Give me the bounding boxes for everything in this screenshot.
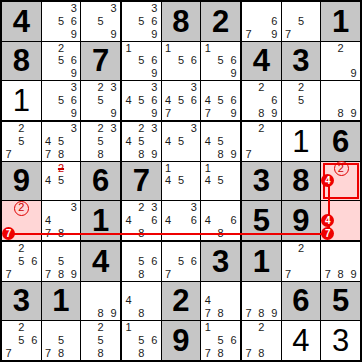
candidate-2: 2 <box>15 321 28 334</box>
candidate-9: 9 <box>347 268 360 281</box>
given-digit: 4 <box>2 2 41 41</box>
candidate-8: 8 <box>135 307 148 320</box>
cell-r4c4[interactable]: 234589 <box>122 122 161 161</box>
candidate-8: 8 <box>255 107 268 120</box>
cell-r7c6[interactable]: 3 <box>201 242 240 281</box>
candidate-8: 8 <box>334 107 347 120</box>
candidate-5: 5 <box>135 334 148 347</box>
candidate-2: 2 <box>15 122 28 135</box>
candidate-5: 5 <box>214 334 227 347</box>
candidate-grid: 156 <box>162 42 201 81</box>
candidate-6: 6 <box>148 94 161 107</box>
cell-r5c6[interactable]: 145 <box>201 162 240 201</box>
candidate-grid: 27 <box>242 122 281 161</box>
candidate-5: 5 <box>55 135 68 148</box>
candidate-6: 6 <box>227 55 240 68</box>
candidate-6: 6 <box>67 55 80 68</box>
candidate-9: 9 <box>227 107 240 120</box>
candidate-grid: 258 <box>81 321 120 360</box>
cell-r4c7[interactable]: 27 <box>242 122 281 161</box>
candidate-9: 9 <box>268 28 281 41</box>
candidate-1: 1 <box>122 321 135 334</box>
candidate-grid: 245 <box>42 162 81 201</box>
candidate-5: 5 <box>94 334 107 347</box>
cell-r8c9[interactable]: 5 <box>321 282 360 321</box>
candidate-grid: 679 <box>242 2 281 41</box>
cell-r9c1[interactable]: 2567 <box>2 321 41 360</box>
candidate-2: 2 <box>255 321 268 334</box>
cell-r4c9[interactable]: 6 <box>321 122 360 161</box>
candidate-5: 5 <box>94 135 107 148</box>
solved-digit: 3 <box>321 321 360 360</box>
given-digit: 3 <box>201 242 240 281</box>
candidate-grid: 345 <box>162 122 201 161</box>
candidate-4: 4 <box>162 135 175 148</box>
candidate-grid: 2569 <box>42 42 81 81</box>
candidate-grid: 2689 <box>242 81 281 120</box>
cell-r4c6[interactable]: 4589 <box>201 122 240 161</box>
box-5: 2345893454589714514523468346468 <box>122 122 240 240</box>
candidate-2: 2 <box>255 81 268 94</box>
candidate-8: 8 <box>135 268 148 281</box>
cell-r9c4[interactable]: 1568 <box>122 321 161 360</box>
candidate-8: 8 <box>214 307 227 320</box>
candidate-4: 4 <box>201 214 214 227</box>
candidate-8: 8 <box>55 148 68 161</box>
cell-r1c1[interactable]: 4 <box>2 2 41 41</box>
candidate-3: 3 <box>148 201 161 214</box>
candidate-7: 7 <box>242 148 255 161</box>
candidate-9: 9 <box>107 107 120 120</box>
candidate-9: 9 <box>148 148 161 161</box>
candidate-5: 5 <box>135 55 148 68</box>
cell-r9c7[interactable]: 278 <box>242 321 281 360</box>
cell-r7c2[interactable]: 5789 <box>42 242 81 281</box>
cell-r8c8[interactable]: 6 <box>282 282 321 321</box>
candidate-8: 8 <box>255 347 268 360</box>
given-digit: 6 <box>282 282 321 321</box>
cell-r4c3[interactable]: 2358 <box>81 122 120 161</box>
candidate-5: 5 <box>135 15 148 28</box>
candidate-6: 6 <box>148 334 161 347</box>
candidate-8: 8 <box>94 347 107 360</box>
solved-digit: 4 <box>282 321 321 360</box>
candidate-7: 7 <box>201 307 214 320</box>
cell-r8c7[interactable]: 789 <box>242 282 281 321</box>
candidate-2: 2 <box>255 122 268 135</box>
cell-r5c3[interactable]: 6 <box>81 162 120 201</box>
candidate-6: 6 <box>227 94 240 107</box>
cell-r2c6[interactable]: 1569 <box>201 42 240 81</box>
candidate-4: 4 <box>201 295 214 308</box>
candidate-5: 5 <box>295 94 308 107</box>
candidate-grid: 89 <box>81 282 120 321</box>
cell-r4c8[interactable]: 1 <box>282 122 321 161</box>
candidate-4: 4 <box>162 175 175 188</box>
candidate-5: 5 <box>175 55 188 68</box>
candidate-7: 7 <box>2 347 15 360</box>
candidate-grid: 567 <box>162 242 201 281</box>
candidate-grid: 789 <box>242 282 281 321</box>
cell-r1c7[interactable]: 679 <box>242 2 281 41</box>
candidate-8: 8 <box>214 148 227 161</box>
candidate-4: 4 <box>162 214 175 227</box>
cell-r4c5[interactable]: 345 <box>162 122 201 161</box>
candidate-8: 8 <box>94 148 107 161</box>
candidate-grid: 2358 <box>81 122 120 161</box>
candidate-5: 5 <box>214 55 227 68</box>
given-digit: 6 <box>81 162 120 201</box>
cell-r1c8[interactable]: 57 <box>282 2 321 41</box>
cell-r7c9[interactable]: 789 <box>321 242 360 281</box>
sudoku-board: 4356935982569713569235935698215691561569… <box>0 0 362 362</box>
candidate-1: 1 <box>201 42 214 55</box>
cell-r1c4[interactable]: 3569 <box>122 2 161 41</box>
candidate-9: 9 <box>67 67 80 80</box>
candidate-2: 2 <box>55 42 68 55</box>
cell-r2c8[interactable]: 3 <box>282 42 321 81</box>
candidate-5: 5 <box>214 94 227 107</box>
cell-r8c3[interactable]: 89 <box>81 282 120 321</box>
candidate-9: 9 <box>67 268 80 281</box>
candidate-2: 2 <box>135 122 148 135</box>
cell-r1c5[interactable]: 8 <box>162 2 201 41</box>
candidate-9: 9 <box>268 307 281 320</box>
candidate-9: 9 <box>227 148 240 161</box>
cell-r7c8[interactable]: 27 <box>282 242 321 281</box>
candidate-7: 7 <box>201 347 214 360</box>
candidate-grid: 145 <box>162 162 201 201</box>
candidate-grid: 278 <box>242 321 281 360</box>
candidate-grid: 27 <box>282 242 321 281</box>
given-digit: 1 <box>321 2 360 41</box>
candidate-6: 6 <box>28 334 41 347</box>
candidate-grid: 4589 <box>201 122 240 161</box>
candidate-6: 6 <box>187 55 200 68</box>
candidate-4: 4 <box>122 135 135 148</box>
eliminated-candidate-2: 2 <box>55 162 68 175</box>
cell-r3c7[interactable]: 2689 <box>242 81 281 120</box>
candidate-2: 2 <box>15 242 28 255</box>
cell-r5c1[interactable]: 9 <box>2 162 41 201</box>
candidate-4: 4 <box>201 135 214 148</box>
candidate-3: 3 <box>148 2 161 15</box>
cell-r3c9[interactable]: 89 <box>321 81 360 120</box>
given-digit: 8 <box>282 162 321 201</box>
cell-r1c9[interactable]: 1 <box>321 2 360 41</box>
given-digit: 2 <box>201 2 240 41</box>
cell-r3c4[interactable]: 34569 <box>122 81 161 120</box>
candidate-3: 3 <box>107 2 120 15</box>
candidate-1: 1 <box>201 162 214 175</box>
candidate-7: 7 <box>321 268 334 281</box>
candidate-2: 2 <box>94 122 107 135</box>
candidate-5: 5 <box>55 15 68 28</box>
candidate-5: 5 <box>135 135 148 148</box>
candidate-5: 5 <box>135 94 148 107</box>
cell-r1c3[interactable]: 359 <box>81 2 120 41</box>
candidate-6: 6 <box>187 255 200 268</box>
candidate-3: 3 <box>67 122 80 135</box>
candidate-9: 9 <box>67 28 80 41</box>
candidate-3: 3 <box>107 81 120 94</box>
cell-r3c2[interactable]: 3569 <box>42 81 81 120</box>
candidate-6: 6 <box>268 15 281 28</box>
candidate-5: 5 <box>15 255 28 268</box>
candidate-7: 7 <box>2 268 15 281</box>
box-7: 25675789431892567578258 <box>2 242 120 360</box>
cell-r7c5[interactable]: 567 <box>162 242 201 281</box>
candidate-grid: 234589 <box>122 122 161 161</box>
candidate-6: 6 <box>67 15 80 28</box>
candidate-5: 5 <box>55 175 68 188</box>
candidate-7: 7 <box>242 28 255 41</box>
candidate-8: 8 <box>55 268 68 281</box>
candidate-grid: 1569 <box>201 42 240 81</box>
candidate-4: 4 <box>201 175 214 188</box>
candidate-grid: 2567 <box>2 242 41 281</box>
candidate-4: 4 <box>42 135 55 148</box>
cell-r4c1[interactable]: 257 <box>2 122 41 161</box>
candidate-9: 9 <box>107 307 120 320</box>
cell-r9c3[interactable]: 258 <box>81 321 120 360</box>
candidate-3: 3 <box>67 201 80 214</box>
candidate-5: 5 <box>94 15 107 28</box>
cell-r3c8[interactable]: 25 <box>282 81 321 120</box>
candidate-5: 5 <box>55 55 68 68</box>
cell-r2c7[interactable]: 4 <box>242 42 281 81</box>
candidate-4: 4 <box>42 175 55 188</box>
candidate-6: 6 <box>148 255 161 268</box>
given-digit: 9 <box>162 321 201 360</box>
given-digit: 3 <box>242 162 281 201</box>
candidate-6: 6 <box>148 214 161 227</box>
candidate-1: 1 <box>162 42 175 55</box>
candidate-3: 3 <box>187 122 200 135</box>
chain-candidate-4: 4 <box>321 214 334 227</box>
candidate-2: 2 <box>94 81 107 94</box>
candidate-5: 5 <box>175 94 188 107</box>
cell-r7c1[interactable]: 2567 <box>2 242 41 281</box>
candidate-5: 5 <box>15 334 28 347</box>
candidate-grid: 57 <box>282 2 321 41</box>
cell-r5c8[interactable]: 8 <box>282 162 321 201</box>
candidate-9: 9 <box>148 28 161 41</box>
cell-r3c6[interactable]: 45679 <box>201 81 240 120</box>
chain-candidate-7: 7 <box>321 227 334 240</box>
cell-r8c4[interactable]: 48 <box>122 282 161 321</box>
candidate-8: 8 <box>135 347 148 360</box>
cell-r7c4[interactable]: 568 <box>122 242 161 281</box>
candidate-7: 7 <box>282 28 295 41</box>
cell-r2c3[interactable]: 7 <box>81 42 120 81</box>
candidate-grid: 29 <box>321 42 360 81</box>
candidate-1: 1 <box>122 42 135 55</box>
box-9: 1277897896527843 <box>242 242 360 360</box>
candidate-2: 2 <box>94 321 107 334</box>
candidate-grid: 578 <box>42 321 81 360</box>
candidate-8: 8 <box>55 347 68 360</box>
box-4: 257345782358924562734781 <box>2 122 120 240</box>
candidate-5: 5 <box>214 175 227 188</box>
cell-r2c2[interactable]: 2569 <box>42 42 81 81</box>
candidate-grid: 1569 <box>122 42 161 81</box>
candidate-grid: 1568 <box>122 321 161 360</box>
candidate-7: 7 <box>42 268 55 281</box>
candidate-grid: 48 <box>122 282 161 321</box>
candidate-grid: 3569 <box>42 2 81 41</box>
candidate-grid: 15678 <box>201 321 240 360</box>
box-3: 679571432926892589 <box>242 2 360 120</box>
candidate-7: 7 <box>2 148 15 161</box>
candidate-8: 8 <box>214 347 227 360</box>
candidate-1: 1 <box>201 321 214 334</box>
candidate-4: 4 <box>162 94 175 107</box>
candidate-grid: 2359 <box>81 81 120 120</box>
cell-r2c9[interactable]: 29 <box>321 42 360 81</box>
candidate-grid: 568 <box>122 242 161 281</box>
chain-candidate-4: 4 <box>321 174 334 187</box>
candidate-9: 9 <box>107 28 120 41</box>
candidate-2: 2 <box>334 42 347 55</box>
cell-r9c8[interactable]: 4 <box>282 321 321 360</box>
given-digit: 8 <box>2 42 41 81</box>
cell-r2c5[interactable]: 156 <box>162 42 201 81</box>
candidate-8: 8 <box>135 148 148 161</box>
given-digit: 8 <box>162 2 201 41</box>
cell-r1c2[interactable]: 3569 <box>42 2 81 41</box>
candidate-6: 6 <box>148 55 161 68</box>
candidate-6: 6 <box>268 94 281 107</box>
cell-r3c1[interactable]: 1 <box>2 81 41 120</box>
candidate-2: 2 <box>135 201 148 214</box>
cell-r8c6[interactable]: 478 <box>201 282 240 321</box>
given-digit: 3 <box>2 282 41 321</box>
cell-r8c2[interactable]: 1 <box>42 282 81 321</box>
candidate-3: 3 <box>187 201 200 214</box>
cell-r7c7[interactable]: 1 <box>242 242 281 281</box>
solved-digit: 1 <box>282 122 321 161</box>
box-8: 56856734824781568915678 <box>122 242 240 360</box>
candidate-9: 9 <box>227 67 240 80</box>
given-digit: 4 <box>81 242 120 281</box>
candidate-7: 7 <box>42 148 55 161</box>
cell-r5c7[interactable]: 3 <box>242 162 281 201</box>
cell-r7c3[interactable]: 4 <box>81 242 120 281</box>
candidate-7: 7 <box>242 347 255 360</box>
candidate-6: 6 <box>28 255 41 268</box>
candidate-5: 5 <box>94 94 107 107</box>
candidate-4: 4 <box>122 94 135 107</box>
given-digit: 9 <box>2 162 41 201</box>
candidate-8: 8 <box>255 307 268 320</box>
candidate-grid: 145 <box>201 162 240 201</box>
circled-candidate-2: 2 <box>15 201 28 214</box>
candidate-9: 9 <box>148 107 161 120</box>
candidate-grid: 5789 <box>42 242 81 281</box>
candidate-grid: 257 <box>2 122 41 161</box>
candidate-7: 7 <box>242 307 255 320</box>
candidate-2: 2 <box>295 242 308 255</box>
cell-r1c6[interactable]: 2 <box>201 2 240 41</box>
cell-r2c1[interactable]: 8 <box>2 42 41 81</box>
cell-r3c5[interactable]: 34567 <box>162 81 201 120</box>
given-digit: 7 <box>81 42 120 81</box>
candidate-5: 5 <box>15 135 28 148</box>
candidate-7: 7 <box>282 268 295 281</box>
candidate-3: 3 <box>148 122 161 135</box>
candidate-6: 6 <box>67 94 80 107</box>
box-6: 271638245947 <box>242 122 360 240</box>
cell-r8c5[interactable]: 2 <box>162 282 201 321</box>
cell-r5c4[interactable]: 7 <box>122 162 161 201</box>
candidate-9: 9 <box>148 67 161 80</box>
cell-r5c5[interactable]: 145 <box>162 162 201 201</box>
candidate-6: 6 <box>227 334 240 347</box>
cell-r8c1[interactable]: 3 <box>2 282 41 321</box>
candidate-8: 8 <box>94 307 107 320</box>
candidate-5: 5 <box>295 15 308 28</box>
candidate-3: 3 <box>67 81 80 94</box>
candidate-grid: 34569 <box>122 81 161 120</box>
candidate-7: 7 <box>162 268 175 281</box>
candidate-7: 7 <box>201 107 214 120</box>
cell-r2c4[interactable]: 1569 <box>122 42 161 81</box>
circled-candidate-2: 2 <box>334 162 347 175</box>
candidate-grid: 3569 <box>42 81 81 120</box>
cell-r9c5[interactable]: 9 <box>162 321 201 360</box>
candidate-grid: 45679 <box>201 81 240 120</box>
candidate-6: 6 <box>187 214 200 227</box>
chain-candidate-7: 7 <box>2 227 15 240</box>
candidate-9: 9 <box>67 107 80 120</box>
candidate-grid: 34567 <box>162 81 201 120</box>
cell-r5c2[interactable]: 245 <box>42 162 81 201</box>
candidate-3: 3 <box>148 81 161 94</box>
candidate-8: 8 <box>334 268 347 281</box>
cell-r4c2[interactable]: 34578 <box>42 122 81 161</box>
cell-r9c9[interactable]: 3 <box>321 321 360 360</box>
cell-r9c6[interactable]: 15678 <box>201 321 240 360</box>
given-digit: 4 <box>242 42 281 81</box>
candidate-3: 3 <box>107 122 120 135</box>
cell-r9c2[interactable]: 578 <box>42 321 81 360</box>
candidate-5: 5 <box>55 334 68 347</box>
solved-digit: 1 <box>2 81 41 120</box>
candidate-grid: 789 <box>321 242 360 281</box>
given-digit: 7 <box>122 162 161 201</box>
candidate-9: 9 <box>268 107 281 120</box>
box-2: 35698215691561569345693456745679 <box>122 2 240 120</box>
candidate-5: 5 <box>55 94 68 107</box>
cell-r3c3[interactable]: 2359 <box>81 81 120 120</box>
candidate-grid: 34578 <box>42 122 81 161</box>
given-digit: 1 <box>242 242 281 281</box>
given-digit: 1 <box>42 282 81 321</box>
candidate-6: 6 <box>148 15 161 28</box>
candidate-6: 6 <box>227 214 240 227</box>
candidate-grid: 359 <box>81 2 120 41</box>
candidate-grid: 3569 <box>122 2 161 41</box>
candidate-4: 4 <box>42 214 55 227</box>
candidate-9: 9 <box>347 107 360 120</box>
candidate-grid: 478 <box>201 282 240 321</box>
candidate-5: 5 <box>55 255 68 268</box>
given-digit: 3 <box>282 42 321 81</box>
candidate-grid: 25 <box>282 81 321 120</box>
candidate-5: 5 <box>175 175 188 188</box>
candidate-3: 3 <box>187 81 200 94</box>
